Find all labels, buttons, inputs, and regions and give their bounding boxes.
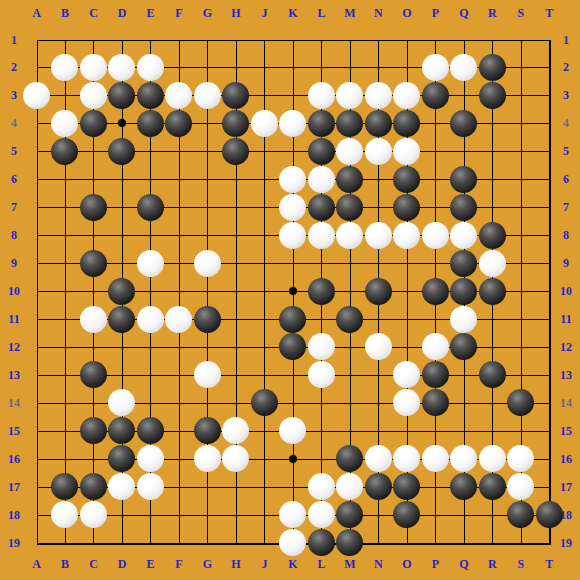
col-label-top-P: P [432, 7, 439, 19]
stone-black-L4 [308, 110, 335, 137]
stone-black-N17 [365, 473, 392, 500]
stone-black-M4 [336, 110, 363, 137]
stone-black-L5 [308, 138, 335, 165]
stone-white-M8 [336, 222, 363, 249]
col-label-bottom-E: E [146, 558, 154, 570]
col-label-top-R: R [488, 7, 497, 19]
stone-white-C2 [80, 54, 107, 81]
stone-black-Q6 [450, 166, 477, 193]
stone-black-S14 [507, 389, 534, 416]
col-label-bottom-G: G [203, 558, 212, 570]
row-label-left-12: 12 [8, 341, 20, 353]
stone-black-M6 [336, 166, 363, 193]
stone-white-N16 [365, 445, 392, 472]
stone-black-Q17 [450, 473, 477, 500]
stone-white-N3 [365, 82, 392, 109]
stone-black-K12 [279, 333, 306, 360]
row-label-left-17: 17 [8, 481, 20, 493]
stone-black-B17 [51, 473, 78, 500]
stone-white-C18 [80, 501, 107, 528]
stone-black-C15 [80, 417, 107, 444]
row-label-right-8: 8 [563, 229, 569, 241]
stone-black-G15 [194, 417, 221, 444]
stone-black-D3 [108, 82, 135, 109]
stone-white-F3 [165, 82, 192, 109]
stone-black-K11 [279, 306, 306, 333]
row-label-left-16: 16 [8, 453, 20, 465]
stone-black-R10 [479, 278, 506, 305]
stone-black-R3 [479, 82, 506, 109]
col-label-bottom-L: L [317, 558, 325, 570]
stone-white-C3 [80, 82, 107, 109]
stone-white-M3 [336, 82, 363, 109]
stone-black-H5 [222, 138, 249, 165]
col-label-bottom-J: J [261, 558, 267, 570]
stone-white-R9 [479, 250, 506, 277]
stone-white-O3 [393, 82, 420, 109]
stone-white-O5 [393, 138, 420, 165]
stone-black-D16 [108, 445, 135, 472]
stone-black-C17 [80, 473, 107, 500]
stone-black-R8 [479, 222, 506, 249]
col-label-bottom-O: O [402, 558, 411, 570]
stone-black-P10 [422, 278, 449, 305]
stone-black-Q12 [450, 333, 477, 360]
col-label-bottom-H: H [231, 558, 240, 570]
stone-black-O18 [393, 501, 420, 528]
stone-white-E16 [137, 445, 164, 472]
row-label-left-8: 8 [11, 229, 17, 241]
row-label-left-5: 5 [11, 145, 17, 157]
col-label-bottom-T: T [545, 558, 553, 570]
row-label-right-9: 9 [563, 257, 569, 269]
col-label-top-K: K [288, 7, 297, 19]
stone-black-M11 [336, 306, 363, 333]
row-label-right-5: 5 [563, 145, 569, 157]
stone-white-O14 [393, 389, 420, 416]
stone-black-B5 [51, 138, 78, 165]
col-label-top-N: N [374, 7, 383, 19]
stone-white-E9 [137, 250, 164, 277]
row-label-left-15: 15 [8, 425, 20, 437]
row-label-left-18: 18 [8, 509, 20, 521]
row-label-left-3: 3 [11, 89, 17, 101]
stone-black-L10 [308, 278, 335, 305]
stone-white-O13 [393, 361, 420, 388]
stone-white-D2 [108, 54, 135, 81]
col-label-top-D: D [118, 7, 127, 19]
stone-black-C7 [80, 194, 107, 221]
stone-black-M19 [336, 529, 363, 556]
go-board[interactable]: ABCDEFGHJKLMNOPQRST ABCDEFGHJKLMNOPQRST … [0, 0, 580, 580]
stone-black-R17 [479, 473, 506, 500]
stone-white-K18 [279, 501, 306, 528]
col-label-bottom-N: N [374, 558, 383, 570]
row-label-left-10: 10 [8, 285, 20, 297]
row-label-left-9: 9 [11, 257, 17, 269]
row-label-right-7: 7 [563, 201, 569, 213]
stone-white-Q11 [450, 306, 477, 333]
col-label-top-G: G [203, 7, 212, 19]
stone-white-B18 [51, 501, 78, 528]
stone-white-L12 [308, 333, 335, 360]
stone-black-S18 [507, 501, 534, 528]
stone-black-D5 [108, 138, 135, 165]
col-label-bottom-D: D [118, 558, 127, 570]
stone-white-G9 [194, 250, 221, 277]
stone-black-O7 [393, 194, 420, 221]
stone-white-O8 [393, 222, 420, 249]
stone-black-T18 [536, 501, 563, 528]
stone-black-R2 [479, 54, 506, 81]
stone-white-P8 [422, 222, 449, 249]
stone-black-N10 [365, 278, 392, 305]
stone-white-L13 [308, 361, 335, 388]
stone-white-O16 [393, 445, 420, 472]
col-label-top-O: O [402, 7, 411, 19]
col-label-bottom-F: F [175, 558, 182, 570]
col-label-top-B: B [61, 7, 69, 19]
row-label-right-4: 4 [563, 117, 569, 129]
stone-white-C11 [80, 306, 107, 333]
stone-black-D11 [108, 306, 135, 333]
stone-black-Q9 [450, 250, 477, 277]
stone-white-H15 [222, 417, 249, 444]
row-label-left-6: 6 [11, 173, 17, 185]
stone-white-G3 [194, 82, 221, 109]
stone-white-P16 [422, 445, 449, 472]
stone-white-E17 [137, 473, 164, 500]
stone-black-Q4 [450, 110, 477, 137]
col-label-top-M: M [344, 7, 355, 19]
stone-white-D17 [108, 473, 135, 500]
row-label-right-3: 3 [563, 89, 569, 101]
stone-black-E3 [137, 82, 164, 109]
col-label-top-H: H [231, 7, 240, 19]
stone-white-P12 [422, 333, 449, 360]
row-label-left-2: 2 [11, 61, 17, 73]
stone-black-C13 [80, 361, 107, 388]
stone-white-J4 [251, 110, 278, 137]
stone-black-M7 [336, 194, 363, 221]
stone-black-M18 [336, 501, 363, 528]
stone-black-P3 [422, 82, 449, 109]
stone-white-P2 [422, 54, 449, 81]
stone-black-R13 [479, 361, 506, 388]
stone-black-Q7 [450, 194, 477, 221]
col-label-bottom-S: S [517, 558, 524, 570]
stone-white-L18 [308, 501, 335, 528]
row-label-left-4: 4 [11, 117, 17, 129]
stone-white-N8 [365, 222, 392, 249]
stone-black-O4 [393, 110, 420, 137]
stone-black-L19 [308, 529, 335, 556]
stone-white-F11 [165, 306, 192, 333]
row-label-right-6: 6 [563, 173, 569, 185]
col-label-top-L: L [317, 7, 325, 19]
stone-white-L17 [308, 473, 335, 500]
stone-black-P14 [422, 389, 449, 416]
stone-black-E7 [137, 194, 164, 221]
col-label-top-A: A [32, 7, 41, 19]
col-label-top-C: C [89, 7, 98, 19]
stone-black-Q10 [450, 278, 477, 305]
col-label-bottom-A: A [32, 558, 41, 570]
stone-white-Q8 [450, 222, 477, 249]
stone-black-C4 [80, 110, 107, 137]
stone-black-E4 [137, 110, 164, 137]
col-label-bottom-K: K [288, 558, 297, 570]
col-label-top-S: S [517, 7, 524, 19]
stone-white-L8 [308, 222, 335, 249]
stone-white-H16 [222, 445, 249, 472]
stone-black-M16 [336, 445, 363, 472]
row-label-left-19: 19 [8, 537, 20, 549]
stone-white-M5 [336, 138, 363, 165]
stone-white-B4 [51, 110, 78, 137]
stone-black-P13 [422, 361, 449, 388]
row-label-right-2: 2 [563, 61, 569, 73]
row-label-left-7: 7 [11, 201, 17, 213]
stone-black-F4 [165, 110, 192, 137]
stone-white-L6 [308, 166, 335, 193]
stone-white-K4 [279, 110, 306, 137]
stone-black-D15 [108, 417, 135, 444]
col-label-top-T: T [545, 7, 553, 19]
stone-black-L7 [308, 194, 335, 221]
row-label-left-13: 13 [8, 369, 20, 381]
stone-black-J14 [251, 389, 278, 416]
stone-black-H3 [222, 82, 249, 109]
col-label-bottom-B: B [61, 558, 69, 570]
stone-black-D10 [108, 278, 135, 305]
stone-black-G11 [194, 306, 221, 333]
stone-black-H4 [222, 110, 249, 137]
stone-black-N4 [365, 110, 392, 137]
stone-white-Q2 [450, 54, 477, 81]
stone-white-L3 [308, 82, 335, 109]
stone-white-S16 [507, 445, 534, 472]
col-label-top-J: J [261, 7, 267, 19]
stone-white-B2 [51, 54, 78, 81]
stone-white-N5 [365, 138, 392, 165]
stone-white-E2 [137, 54, 164, 81]
stone-white-K7 [279, 194, 306, 221]
stone-white-E11 [137, 306, 164, 333]
stone-white-K19 [279, 529, 306, 556]
stone-white-Q16 [450, 445, 477, 472]
col-label-bottom-M: M [344, 558, 355, 570]
stone-white-S17 [507, 473, 534, 500]
row-label-left-14: 14 [8, 397, 20, 409]
col-label-top-E: E [146, 7, 154, 19]
col-label-bottom-C: C [89, 558, 98, 570]
stone-white-D14 [108, 389, 135, 416]
col-label-top-F: F [175, 7, 182, 19]
stone-white-G13 [194, 361, 221, 388]
stone-black-C9 [80, 250, 107, 277]
col-label-bottom-Q: Q [459, 558, 468, 570]
stone-white-K15 [279, 417, 306, 444]
stone-black-O17 [393, 473, 420, 500]
row-label-left-1: 1 [11, 34, 17, 46]
row-label-left-11: 11 [8, 313, 19, 325]
stone-white-A3 [23, 82, 50, 109]
col-label-bottom-P: P [432, 558, 439, 570]
stone-white-K8 [279, 222, 306, 249]
stone-black-E15 [137, 417, 164, 444]
col-label-top-Q: Q [459, 7, 468, 19]
stone-white-K6 [279, 166, 306, 193]
col-label-bottom-R: R [488, 558, 497, 570]
stone-black-O6 [393, 166, 420, 193]
stone-white-R16 [479, 445, 506, 472]
stone-white-M17 [336, 473, 363, 500]
stone-white-N12 [365, 333, 392, 360]
stone-white-G16 [194, 445, 221, 472]
row-label-right-1: 1 [563, 34, 569, 46]
stones-layer [22, 26, 563, 557]
